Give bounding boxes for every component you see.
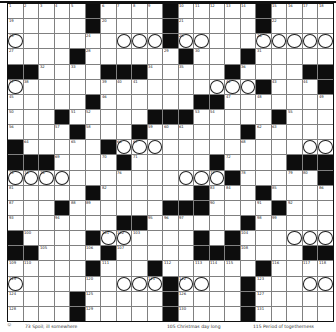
grid-cell[interactable] <box>194 155 209 169</box>
grid-cell[interactable] <box>225 34 240 48</box>
grid-cell[interactable]: 47 <box>225 95 240 109</box>
grid-cell[interactable]: 91 <box>256 201 271 215</box>
grid-cell[interactable] <box>148 171 163 185</box>
grid-cell[interactable]: 35 <box>179 65 194 79</box>
grid-cell[interactable] <box>303 277 318 291</box>
grid-cell[interactable] <box>210 34 225 48</box>
grid-cell[interactable] <box>272 246 287 260</box>
grid-cell[interactable] <box>287 231 302 245</box>
grid-cell[interactable]: 117 <box>303 261 318 275</box>
grid-cell[interactable]: 115 <box>225 261 240 275</box>
grid-cell[interactable] <box>39 34 54 48</box>
grid-cell[interactable] <box>287 292 302 306</box>
grid-cell[interactable]: 87 <box>8 201 23 215</box>
grid-cell[interactable]: 108 <box>241 246 256 260</box>
grid-cell[interactable] <box>194 292 209 306</box>
grid-cell[interactable]: 94 <box>55 216 70 230</box>
grid-cell[interactable] <box>39 49 54 63</box>
grid-cell[interactable] <box>24 216 39 230</box>
grid-cell[interactable] <box>148 140 163 154</box>
grid-cell[interactable]: 81 <box>8 186 23 200</box>
grid-cell[interactable]: 85 <box>272 186 287 200</box>
grid-cell[interactable]: 52 <box>86 110 101 124</box>
grid-cell[interactable]: 46 <box>101 95 116 109</box>
grid-cell[interactable]: 68 <box>241 140 256 154</box>
grid-cell[interactable]: 127 <box>256 292 271 306</box>
grid-cell[interactable] <box>179 231 194 245</box>
grid-cell[interactable] <box>225 277 240 291</box>
grid-cell[interactable]: 128 <box>8 307 23 321</box>
grid-cell[interactable] <box>225 292 240 306</box>
grid-cell[interactable] <box>39 201 54 215</box>
grid-cell[interactable]: 70 <box>101 155 116 169</box>
grid-cell[interactable] <box>210 277 225 291</box>
grid-cell[interactable]: 31 <box>256 49 271 63</box>
grid-cell[interactable] <box>24 125 39 139</box>
grid-cell[interactable] <box>39 140 54 154</box>
grid-cell[interactable] <box>256 231 271 245</box>
grid-cell[interactable]: 131 <box>256 307 271 321</box>
grid-cell[interactable] <box>117 307 132 321</box>
grid-cell[interactable] <box>55 261 70 275</box>
grid-cell[interactable] <box>39 292 54 306</box>
grid-cell[interactable] <box>318 125 333 139</box>
grid-cell[interactable] <box>101 201 116 215</box>
grid-cell[interactable] <box>318 201 333 215</box>
grid-cell[interactable]: 112 <box>163 261 178 275</box>
grid-cell[interactable]: 18 <box>318 4 333 18</box>
grid-cell[interactable] <box>55 95 70 109</box>
grid-cell[interactable] <box>210 19 225 33</box>
grid-cell[interactable] <box>256 65 271 79</box>
grid-cell[interactable] <box>70 155 85 169</box>
grid-cell[interactable] <box>117 110 132 124</box>
grid-cell[interactable] <box>318 231 333 245</box>
grid-cell[interactable]: 32 <box>39 65 54 79</box>
grid-cell[interactable] <box>303 125 318 139</box>
grid-cell[interactable] <box>117 277 132 291</box>
grid-cell[interactable]: 90 <box>210 201 225 215</box>
grid-cell[interactable]: 23 <box>8 34 23 48</box>
grid-cell[interactable] <box>318 140 333 154</box>
grid-cell[interactable] <box>287 125 302 139</box>
grid-cell[interactable] <box>194 171 209 185</box>
grid-cell[interactable] <box>148 231 163 245</box>
grid-cell[interactable]: 84 <box>225 186 240 200</box>
grid-cell[interactable]: 111 <box>101 261 116 275</box>
grid-cell[interactable] <box>55 65 70 79</box>
grid-cell[interactable] <box>256 171 271 185</box>
grid-cell[interactable] <box>132 34 147 48</box>
grid-cell[interactable]: 59 <box>148 125 163 139</box>
grid-cell[interactable] <box>86 140 101 154</box>
grid-cell[interactable] <box>101 292 116 306</box>
grid-cell[interactable] <box>163 171 178 185</box>
grid-cell[interactable] <box>70 231 85 245</box>
grid-cell[interactable] <box>318 307 333 321</box>
grid-cell[interactable] <box>148 201 163 215</box>
grid-cell[interactable] <box>163 231 178 245</box>
grid-cell[interactable]: 119 <box>8 277 23 291</box>
grid-cell[interactable]: 60 <box>163 125 178 139</box>
grid-cell[interactable]: 79 <box>287 171 302 185</box>
grid-cell[interactable] <box>287 216 302 230</box>
grid-cell[interactable] <box>101 49 116 63</box>
grid-cell[interactable] <box>86 65 101 79</box>
grid-cell[interactable] <box>225 125 240 139</box>
grid-cell[interactable]: 22 <box>272 19 287 33</box>
grid-cell[interactable]: 7 <box>117 4 132 18</box>
grid-cell[interactable] <box>241 261 256 275</box>
grid-cell[interactable]: 30 <box>194 49 209 63</box>
grid-cell[interactable]: 26 <box>256 34 271 48</box>
grid-cell[interactable] <box>318 19 333 33</box>
grid-cell[interactable]: 48 <box>256 95 271 109</box>
grid-cell[interactable] <box>287 186 302 200</box>
grid-cell[interactable] <box>272 49 287 63</box>
grid-cell[interactable] <box>210 307 225 321</box>
grid-cell[interactable] <box>272 95 287 109</box>
grid-cell[interactable] <box>117 186 132 200</box>
grid-cell[interactable] <box>86 216 101 230</box>
grid-cell[interactable]: 66 <box>117 140 132 154</box>
grid-cell[interactable] <box>132 110 147 124</box>
grid-cell[interactable] <box>287 140 302 154</box>
grid-cell[interactable] <box>70 19 85 33</box>
grid-cell[interactable] <box>24 95 39 109</box>
grid-cell[interactable] <box>101 110 116 124</box>
grid-cell[interactable] <box>148 292 163 306</box>
grid-cell[interactable] <box>55 171 70 185</box>
grid-cell[interactable] <box>179 155 194 169</box>
grid-cell[interactable] <box>55 292 70 306</box>
grid-cell[interactable] <box>318 110 333 124</box>
grid-cell[interactable]: 129 <box>86 307 101 321</box>
grid-cell[interactable] <box>303 307 318 321</box>
grid-cell[interactable] <box>303 34 318 48</box>
grid-cell[interactable]: 118 <box>318 261 333 275</box>
grid-cell[interactable]: 99 <box>272 216 287 230</box>
grid-cell[interactable] <box>194 277 209 291</box>
grid-cell[interactable] <box>24 201 39 215</box>
grid-cell[interactable] <box>179 261 194 275</box>
grid-cell[interactable] <box>101 34 116 48</box>
grid-cell[interactable]: 76 <box>117 171 132 185</box>
grid-cell[interactable]: 50 <box>8 110 23 124</box>
grid-cell[interactable]: 80 <box>303 171 318 185</box>
grid-cell[interactable]: 37 <box>8 80 23 94</box>
grid-cell[interactable]: 82 <box>101 186 116 200</box>
grid-cell[interactable] <box>225 140 240 154</box>
grid-cell[interactable] <box>287 307 302 321</box>
grid-cell[interactable] <box>225 110 240 124</box>
grid-cell[interactable]: 95 <box>148 216 163 230</box>
grid-cell[interactable] <box>24 292 39 306</box>
grid-cell[interactable]: 55 <box>287 110 302 124</box>
grid-cell[interactable] <box>194 19 209 33</box>
grid-cell[interactable] <box>39 186 54 200</box>
grid-cell[interactable] <box>55 231 70 245</box>
grid-cell[interactable] <box>70 216 85 230</box>
grid-cell[interactable] <box>39 125 54 139</box>
grid-cell[interactable] <box>39 261 54 275</box>
grid-cell[interactable] <box>163 140 178 154</box>
grid-cell[interactable] <box>210 80 225 94</box>
grid-cell[interactable]: 125 <box>86 292 101 306</box>
grid-cell[interactable]: 101 <box>101 231 116 245</box>
grid-cell[interactable]: 110 <box>24 261 39 275</box>
grid-cell[interactable]: 53 <box>194 110 209 124</box>
grid-cell[interactable] <box>210 65 225 79</box>
grid-cell[interactable]: 97 <box>179 216 194 230</box>
grid-cell[interactable] <box>117 201 132 215</box>
grid-cell[interactable] <box>210 125 225 139</box>
grid-cell[interactable]: 62 <box>256 125 271 139</box>
grid-cell[interactable] <box>132 201 147 215</box>
grid-cell[interactable] <box>318 49 333 63</box>
grid-cell[interactable] <box>225 307 240 321</box>
grid-cell[interactable] <box>272 292 287 306</box>
grid-cell[interactable] <box>194 65 209 79</box>
grid-cell[interactable]: 96 <box>163 216 178 230</box>
grid-cell[interactable] <box>132 277 147 291</box>
grid-cell[interactable] <box>241 34 256 48</box>
grid-cell[interactable] <box>287 65 302 79</box>
grid-cell[interactable]: 16 <box>287 4 302 18</box>
grid-cell[interactable] <box>272 307 287 321</box>
grid-cell[interactable] <box>287 277 302 291</box>
grid-cell[interactable] <box>39 216 54 230</box>
grid-cell[interactable] <box>101 125 116 139</box>
grid-cell[interactable]: 73 <box>8 171 23 185</box>
grid-cell[interactable] <box>132 292 147 306</box>
grid-cell[interactable]: 124 <box>8 292 23 306</box>
grid-cell[interactable] <box>272 140 287 154</box>
grid-cell[interactable] <box>303 49 318 63</box>
grid-cell[interactable] <box>287 261 302 275</box>
grid-cell[interactable] <box>210 231 225 245</box>
grid-cell[interactable] <box>132 19 147 33</box>
grid-cell[interactable] <box>86 171 101 185</box>
grid-cell[interactable] <box>241 80 256 94</box>
grid-cell[interactable] <box>163 186 178 200</box>
grid-cell[interactable] <box>148 186 163 200</box>
grid-cell[interactable] <box>70 186 85 200</box>
grid-cell[interactable]: 39 <box>101 80 116 94</box>
grid-cell[interactable] <box>272 231 287 245</box>
grid-cell[interactable]: 69 <box>55 155 70 169</box>
grid-cell[interactable]: 109 <box>8 261 23 275</box>
grid-cell[interactable]: 74 <box>24 171 39 185</box>
grid-cell[interactable] <box>70 34 85 48</box>
grid-cell[interactable] <box>132 246 147 260</box>
grid-cell[interactable]: 12 <box>210 4 225 18</box>
grid-cell[interactable] <box>210 140 225 154</box>
grid-cell[interactable] <box>287 80 302 94</box>
grid-cell[interactable]: 67 <box>132 140 147 154</box>
grid-cell[interactable] <box>24 307 39 321</box>
grid-cell[interactable] <box>70 80 85 94</box>
grid-cell[interactable] <box>194 80 209 94</box>
grid-cell[interactable]: 61 <box>179 125 194 139</box>
grid-cell[interactable] <box>287 49 302 63</box>
grid-cell[interactable] <box>210 292 225 306</box>
grid-cell[interactable]: 58 <box>86 125 101 139</box>
grid-cell[interactable] <box>303 231 318 245</box>
grid-cell[interactable] <box>70 95 85 109</box>
grid-cell[interactable] <box>179 186 194 200</box>
grid-cell[interactable]: 4 <box>55 4 70 18</box>
grid-cell[interactable] <box>303 216 318 230</box>
grid-cell[interactable] <box>148 19 163 33</box>
grid-cell[interactable]: 27 <box>8 49 23 63</box>
grid-cell[interactable]: 21 <box>179 19 194 33</box>
grid-cell[interactable]: 71 <box>132 155 147 169</box>
grid-cell[interactable] <box>148 80 163 94</box>
grid-cell[interactable] <box>303 19 318 33</box>
grid-cell[interactable] <box>318 292 333 306</box>
grid-cell[interactable] <box>24 19 39 33</box>
grid-cell[interactable] <box>39 307 54 321</box>
grid-cell[interactable] <box>117 261 132 275</box>
grid-cell[interactable] <box>303 95 318 109</box>
grid-cell[interactable]: 14 <box>241 4 256 18</box>
grid-cell[interactable] <box>225 201 240 215</box>
grid-cell[interactable] <box>163 65 178 79</box>
grid-cell[interactable] <box>132 95 147 109</box>
grid-cell[interactable]: 130 <box>179 307 194 321</box>
grid-cell[interactable]: 42 <box>225 80 240 94</box>
grid-cell[interactable]: 63 <box>272 125 287 139</box>
grid-cell[interactable] <box>303 110 318 124</box>
grid-cell[interactable] <box>24 110 39 124</box>
grid-cell[interactable] <box>256 155 271 169</box>
grid-cell[interactable]: 29 <box>163 49 178 63</box>
grid-cell[interactable]: 13 <box>225 4 240 18</box>
grid-cell[interactable] <box>194 125 209 139</box>
grid-cell[interactable] <box>318 277 333 291</box>
grid-cell[interactable]: 28 <box>86 49 101 63</box>
grid-cell[interactable] <box>194 307 209 321</box>
grid-cell[interactable]: 89 <box>86 201 101 215</box>
grid-cell[interactable] <box>117 34 132 48</box>
grid-cell[interactable] <box>117 125 132 139</box>
grid-cell[interactable]: 72 <box>225 155 240 169</box>
grid-cell[interactable] <box>101 277 116 291</box>
grid-cell[interactable] <box>55 307 70 321</box>
grid-cell[interactable]: 114 <box>210 261 225 275</box>
grid-cell[interactable] <box>303 292 318 306</box>
grid-cell[interactable] <box>210 49 225 63</box>
grid-cell[interactable] <box>163 95 178 109</box>
grid-cell[interactable]: 38 <box>24 80 39 94</box>
grid-cell[interactable] <box>163 246 178 260</box>
grid-cell[interactable] <box>117 292 132 306</box>
grid-cell[interactable] <box>86 80 101 94</box>
grid-cell[interactable]: 104 <box>241 231 256 245</box>
grid-cell[interactable]: 8 <box>132 4 147 18</box>
grid-cell[interactable] <box>39 110 54 124</box>
grid-cell[interactable]: 17 <box>303 4 318 18</box>
grid-cell[interactable]: 11 <box>194 4 209 18</box>
grid-cell[interactable]: 65 <box>70 140 85 154</box>
grid-cell[interactable] <box>24 277 39 291</box>
grid-cell[interactable]: 83 <box>210 186 225 200</box>
grid-cell[interactable]: 43 <box>272 80 287 94</box>
grid-cell[interactable] <box>241 110 256 124</box>
grid-cell[interactable]: 5 <box>70 4 85 18</box>
grid-cell[interactable] <box>225 216 240 230</box>
grid-cell[interactable] <box>241 155 256 169</box>
grid-cell[interactable]: 34 <box>148 65 163 79</box>
grid-cell[interactable] <box>148 49 163 63</box>
grid-cell[interactable] <box>101 307 116 321</box>
grid-cell[interactable] <box>287 19 302 33</box>
grid-cell[interactable] <box>24 186 39 200</box>
grid-cell[interactable] <box>86 155 101 169</box>
grid-cell[interactable] <box>179 140 194 154</box>
grid-cell[interactable]: 116 <box>272 261 287 275</box>
grid-cell[interactable]: 107 <box>117 246 132 260</box>
grid-cell[interactable] <box>148 95 163 109</box>
grid-cell[interactable] <box>179 95 194 109</box>
grid-cell[interactable]: 19 <box>8 19 23 33</box>
grid-cell[interactable]: 57 <box>55 125 70 139</box>
grid-cell[interactable]: 54 <box>210 110 225 124</box>
grid-cell[interactable]: 25 <box>179 34 194 48</box>
grid-cell[interactable] <box>303 140 318 154</box>
grid-cell[interactable]: 102 <box>117 231 132 245</box>
grid-cell[interactable] <box>101 171 116 185</box>
grid-cell[interactable] <box>55 277 70 291</box>
grid-cell[interactable] <box>179 171 194 185</box>
grid-cell[interactable] <box>132 261 147 275</box>
grid-cell[interactable] <box>39 80 54 94</box>
grid-cell[interactable] <box>117 95 132 109</box>
grid-cell[interactable] <box>148 307 163 321</box>
grid-cell[interactable]: 56 <box>8 125 23 139</box>
grid-cell[interactable] <box>194 140 209 154</box>
grid-cell[interactable]: 9 <box>148 4 163 18</box>
grid-cell[interactable] <box>117 49 132 63</box>
grid-cell[interactable] <box>148 246 163 260</box>
grid-cell[interactable] <box>210 216 225 230</box>
grid-cell[interactable] <box>70 261 85 275</box>
grid-cell[interactable]: 2 <box>24 4 39 18</box>
grid-cell[interactable]: 126 <box>179 292 194 306</box>
grid-cell[interactable]: 24 <box>86 34 101 48</box>
grid-cell[interactable]: 51 <box>70 110 85 124</box>
grid-cell[interactable]: 44 <box>303 80 318 94</box>
grid-cell[interactable] <box>256 246 271 260</box>
grid-cell[interactable]: 20 <box>101 19 116 33</box>
grid-cell[interactable] <box>132 171 147 185</box>
grid-cell[interactable] <box>117 19 132 33</box>
grid-cell[interactable]: 103 <box>132 231 147 245</box>
grid-cell[interactable]: 120 <box>86 277 101 291</box>
grid-cell[interactable] <box>287 246 302 260</box>
grid-cell[interactable] <box>241 95 256 109</box>
grid-cell[interactable] <box>318 216 333 230</box>
grid-cell[interactable]: 40 <box>117 80 132 94</box>
grid-cell[interactable]: 78 <box>241 171 256 185</box>
grid-cell[interactable]: 41 <box>132 80 147 94</box>
grid-cell[interactable] <box>39 95 54 109</box>
grid-cell[interactable]: 121 <box>148 277 163 291</box>
grid-cell[interactable]: 92 <box>287 201 302 215</box>
grid-cell[interactable] <box>272 65 287 79</box>
grid-cell[interactable]: 1 <box>8 4 23 18</box>
